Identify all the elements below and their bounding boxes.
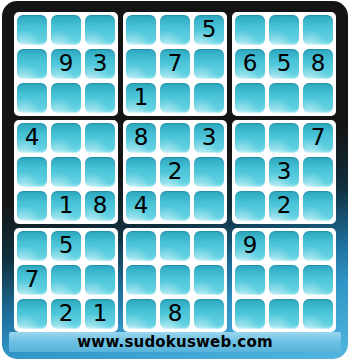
cell-r3c4[interactable]: 1 [126, 83, 156, 113]
cell-r6c6[interactable] [194, 191, 224, 221]
cell-r6c9[interactable] [303, 191, 333, 221]
cell-r9c3[interactable]: 1 [85, 299, 115, 329]
cell-r4c5[interactable] [160, 123, 190, 153]
grid-box-1-1: 93 [14, 12, 118, 116]
cell-r5c2[interactable] [51, 157, 81, 187]
cell-r6c4[interactable]: 4 [126, 191, 156, 221]
cell-r1c8[interactable] [269, 15, 299, 45]
cell-r5c6[interactable] [194, 157, 224, 187]
cell-r2c7[interactable]: 6 [235, 49, 265, 79]
grid-box-3-2: 8 [123, 228, 227, 332]
cell-r2c4[interactable] [126, 49, 156, 79]
cell-r1c9[interactable] [303, 15, 333, 45]
cell-r4c3[interactable] [85, 123, 115, 153]
cell-r1c6[interactable]: 5 [194, 15, 224, 45]
cell-r6c3[interactable]: 8 [85, 191, 115, 221]
cell-r8c5[interactable] [160, 265, 190, 295]
cell-r5c4[interactable] [126, 157, 156, 187]
cell-r9c7[interactable] [235, 299, 265, 329]
website-url: www.sudokusweb.com [77, 333, 272, 351]
cell-r1c4[interactable] [126, 15, 156, 45]
cell-r3c7[interactable] [235, 83, 265, 113]
cell-r9c8[interactable] [269, 299, 299, 329]
cell-r7c3[interactable] [85, 231, 115, 261]
cell-r4c4[interactable]: 8 [126, 123, 156, 153]
grid-box-2-1: 418 [14, 120, 118, 224]
cell-r3c3[interactable] [85, 83, 115, 113]
cell-r3c9[interactable] [303, 83, 333, 113]
cell-r5c9[interactable] [303, 157, 333, 187]
cell-r5c3[interactable] [85, 157, 115, 187]
cell-r4c2[interactable] [51, 123, 81, 153]
cell-r3c8[interactable] [269, 83, 299, 113]
cell-r6c2[interactable]: 1 [51, 191, 81, 221]
cell-r4c7[interactable] [235, 123, 265, 153]
cell-r7c8[interactable] [269, 231, 299, 261]
cell-r4c8[interactable] [269, 123, 299, 153]
cell-r7c7[interactable]: 9 [235, 231, 265, 261]
cell-r9c4[interactable] [126, 299, 156, 329]
cell-r2c9[interactable]: 8 [303, 49, 333, 79]
cell-r9c1[interactable] [17, 299, 47, 329]
grid-box-1-2: 571 [123, 12, 227, 116]
grid-box-2-2: 8324 [123, 120, 227, 224]
cell-r6c5[interactable] [160, 191, 190, 221]
cell-r1c1[interactable] [17, 15, 47, 45]
cell-r8c1[interactable]: 7 [17, 265, 47, 295]
cell-r8c8[interactable] [269, 265, 299, 295]
cell-r3c5[interactable] [160, 83, 190, 113]
sudoku-board: 935716584188324732572189 [14, 12, 336, 332]
cell-r6c1[interactable] [17, 191, 47, 221]
cell-r2c5[interactable]: 7 [160, 49, 190, 79]
grid-box-1-3: 658 [232, 12, 336, 116]
cell-r7c6[interactable] [194, 231, 224, 261]
cell-r8c6[interactable] [194, 265, 224, 295]
cell-r2c3[interactable]: 3 [85, 49, 115, 79]
cell-r2c8[interactable]: 5 [269, 49, 299, 79]
cell-r1c7[interactable] [235, 15, 265, 45]
board-frame: 935716584188324732572189 www.sudokusweb.… [2, 1, 348, 359]
cell-r7c1[interactable] [17, 231, 47, 261]
cell-r1c5[interactable] [160, 15, 190, 45]
sudoku-image: 935716584188324732572189 www.sudokusweb.… [0, 0, 350, 360]
cell-r8c9[interactable] [303, 265, 333, 295]
cell-r3c1[interactable] [17, 83, 47, 113]
cell-r4c9[interactable]: 7 [303, 123, 333, 153]
cell-r4c1[interactable]: 4 [17, 123, 47, 153]
cell-r8c3[interactable] [85, 265, 115, 295]
cell-r5c7[interactable] [235, 157, 265, 187]
grid-box-3-3: 9 [232, 228, 336, 332]
cell-r1c2[interactable] [51, 15, 81, 45]
cell-r7c5[interactable] [160, 231, 190, 261]
cell-r9c5[interactable]: 8 [160, 299, 190, 329]
cell-r5c1[interactable] [17, 157, 47, 187]
cell-r2c2[interactable]: 9 [51, 49, 81, 79]
grid-box-2-3: 732 [232, 120, 336, 224]
cell-r9c9[interactable] [303, 299, 333, 329]
footer-bar: www.sudokusweb.com [9, 332, 341, 352]
cell-r2c6[interactable] [194, 49, 224, 79]
cell-r7c2[interactable]: 5 [51, 231, 81, 261]
cell-r3c2[interactable] [51, 83, 81, 113]
cell-r8c7[interactable] [235, 265, 265, 295]
cell-r7c9[interactable] [303, 231, 333, 261]
cell-r5c8[interactable]: 3 [269, 157, 299, 187]
cell-r2c1[interactable] [17, 49, 47, 79]
cell-r1c3[interactable] [85, 15, 115, 45]
cell-r3c6[interactable] [194, 83, 224, 113]
cell-r5c5[interactable]: 2 [160, 157, 190, 187]
cell-r6c8[interactable]: 2 [269, 191, 299, 221]
cell-r9c6[interactable] [194, 299, 224, 329]
grid-box-3-1: 5721 [14, 228, 118, 332]
cell-r7c4[interactable] [126, 231, 156, 261]
cell-r9c2[interactable]: 2 [51, 299, 81, 329]
cell-r4c6[interactable]: 3 [194, 123, 224, 153]
cell-r8c2[interactable] [51, 265, 81, 295]
cell-r6c7[interactable] [235, 191, 265, 221]
cell-r8c4[interactable] [126, 265, 156, 295]
